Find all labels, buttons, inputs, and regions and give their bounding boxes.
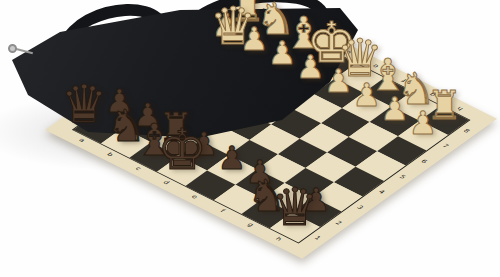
rank-label-4: 4 <box>376 190 385 196</box>
rank-label-5: 5 <box>398 174 407 180</box>
file-label-f: f <box>218 209 225 214</box>
rank-label-2: 2 <box>334 220 343 226</box>
file-label-h: h <box>274 237 283 243</box>
file-label-d: d <box>161 180 170 186</box>
rank-label-8: 8 <box>462 128 471 134</box>
zipper-pull-icon <box>8 44 17 53</box>
chess-set-photo: aabbccddeeffgghh1122334455667788 ♜♞♝♚♛♝♞… <box>0 0 500 277</box>
rank-label-1: 1 <box>312 236 321 242</box>
rank-label-6: 6 <box>419 159 428 165</box>
carry-bag <box>0 0 380 175</box>
file-label-top-g: g <box>428 91 437 97</box>
rank-label-3: 3 <box>355 205 364 211</box>
rank-label-7: 7 <box>440 144 449 150</box>
file-label-top-h: h <box>456 105 465 111</box>
file-label-g: g <box>246 222 255 228</box>
bag-body <box>0 0 380 175</box>
file-label-top-f: f <box>401 78 408 83</box>
file-label-e: e <box>189 194 198 199</box>
